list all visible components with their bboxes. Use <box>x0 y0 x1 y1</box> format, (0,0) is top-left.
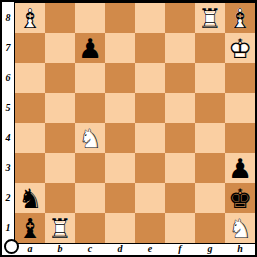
square-h8[interactable]: ♝♗ <box>225 3 255 33</box>
file-label: g <box>195 243 225 255</box>
square-d6[interactable] <box>105 63 135 93</box>
piece-white-king[interactable]: ♚♔ <box>225 33 255 63</box>
square-a4[interactable] <box>15 123 45 153</box>
square-e7[interactable] <box>135 33 165 63</box>
square-d1[interactable] <box>105 213 135 243</box>
square-g4[interactable] <box>195 123 225 153</box>
square-g3[interactable] <box>195 153 225 183</box>
square-e2[interactable] <box>135 183 165 213</box>
square-g8[interactable]: ♜♖ <box>195 3 225 33</box>
piece-white-knight[interactable]: ♞♘ <box>225 213 255 243</box>
square-e8[interactable] <box>135 3 165 33</box>
file-label: c <box>75 243 105 255</box>
square-c2[interactable] <box>75 183 105 213</box>
rank-label: 8 <box>2 3 14 33</box>
square-a7[interactable] <box>15 33 45 63</box>
square-d5[interactable] <box>105 93 135 123</box>
square-g6[interactable] <box>195 63 225 93</box>
piece-white-knight[interactable]: ♞♘ <box>75 123 105 153</box>
square-c5[interactable] <box>75 93 105 123</box>
file-label: b <box>45 243 75 255</box>
square-b4[interactable] <box>45 123 75 153</box>
chess-diagram: ♝♗♜♖♝♗♟♚♔♞♘♟♞♚♝♜♖♞♘ 87654321 abcdefgh <box>0 0 257 257</box>
square-f1[interactable] <box>165 213 195 243</box>
square-f8[interactable] <box>165 3 195 33</box>
file-labels: abcdefgh <box>15 243 255 255</box>
square-e3[interactable] <box>135 153 165 183</box>
square-g7[interactable] <box>195 33 225 63</box>
square-e6[interactable] <box>135 63 165 93</box>
square-h2[interactable]: ♚ <box>225 183 255 213</box>
square-b8[interactable] <box>45 3 75 33</box>
square-h5[interactable] <box>225 93 255 123</box>
file-label: a <box>15 243 45 255</box>
chess-board: ♝♗♜♖♝♗♟♚♔♞♘♟♞♚♝♜♖♞♘ <box>14 2 256 244</box>
square-e4[interactable] <box>135 123 165 153</box>
rank-label: 3 <box>2 153 14 183</box>
square-d4[interactable] <box>105 123 135 153</box>
square-b6[interactable] <box>45 63 75 93</box>
square-b1[interactable]: ♜♖ <box>45 213 75 243</box>
square-d3[interactable] <box>105 153 135 183</box>
square-g5[interactable] <box>195 93 225 123</box>
square-g2[interactable] <box>195 183 225 213</box>
piece-black-pawn[interactable]: ♟ <box>225 153 255 183</box>
file-label: e <box>135 243 165 255</box>
piece-black-king[interactable]: ♚ <box>225 183 255 213</box>
square-f6[interactable] <box>165 63 195 93</box>
square-a1[interactable]: ♝ <box>15 213 45 243</box>
square-f2[interactable] <box>165 183 195 213</box>
square-a2[interactable]: ♞ <box>15 183 45 213</box>
square-h3[interactable]: ♟ <box>225 153 255 183</box>
rank-label: 6 <box>2 63 14 93</box>
rank-labels: 87654321 <box>2 3 14 243</box>
piece-black-knight[interactable]: ♞ <box>15 183 45 213</box>
rank-label: 2 <box>2 183 14 213</box>
square-f4[interactable] <box>165 123 195 153</box>
square-c4[interactable]: ♞♘ <box>75 123 105 153</box>
piece-white-rook[interactable]: ♜♖ <box>195 3 225 33</box>
square-d2[interactable] <box>105 183 135 213</box>
piece-white-bishop[interactable]: ♝♗ <box>225 3 255 33</box>
square-e5[interactable] <box>135 93 165 123</box>
piece-white-rook[interactable]: ♜♖ <box>45 213 75 243</box>
square-h7[interactable]: ♚♔ <box>225 33 255 63</box>
square-g1[interactable] <box>195 213 225 243</box>
piece-black-bishop[interactable]: ♝ <box>15 213 45 243</box>
side-to-move-indicator <box>4 239 19 254</box>
rank-label: 4 <box>2 123 14 153</box>
square-d8[interactable] <box>105 3 135 33</box>
square-c7[interactable]: ♟ <box>75 33 105 63</box>
rank-label: 5 <box>2 93 14 123</box>
file-label: d <box>105 243 135 255</box>
file-label: h <box>225 243 255 255</box>
square-a8[interactable]: ♝♗ <box>15 3 45 33</box>
square-c6[interactable] <box>75 63 105 93</box>
square-f5[interactable] <box>165 93 195 123</box>
square-b3[interactable] <box>45 153 75 183</box>
rank-label: 7 <box>2 33 14 63</box>
square-c1[interactable] <box>75 213 105 243</box>
square-f7[interactable] <box>165 33 195 63</box>
square-a6[interactable] <box>15 63 45 93</box>
square-h4[interactable] <box>225 123 255 153</box>
square-e1[interactable] <box>135 213 165 243</box>
piece-white-bishop[interactable]: ♝♗ <box>15 3 45 33</box>
square-a5[interactable] <box>15 93 45 123</box>
file-label: f <box>165 243 195 255</box>
square-h6[interactable] <box>225 63 255 93</box>
square-b5[interactable] <box>45 93 75 123</box>
square-c3[interactable] <box>75 153 105 183</box>
square-b7[interactable] <box>45 33 75 63</box>
square-d7[interactable] <box>105 33 135 63</box>
square-b2[interactable] <box>45 183 75 213</box>
piece-black-pawn[interactable]: ♟ <box>75 33 105 63</box>
square-f3[interactable] <box>165 153 195 183</box>
square-c8[interactable] <box>75 3 105 33</box>
square-h1[interactable]: ♞♘ <box>225 213 255 243</box>
square-a3[interactable] <box>15 153 45 183</box>
